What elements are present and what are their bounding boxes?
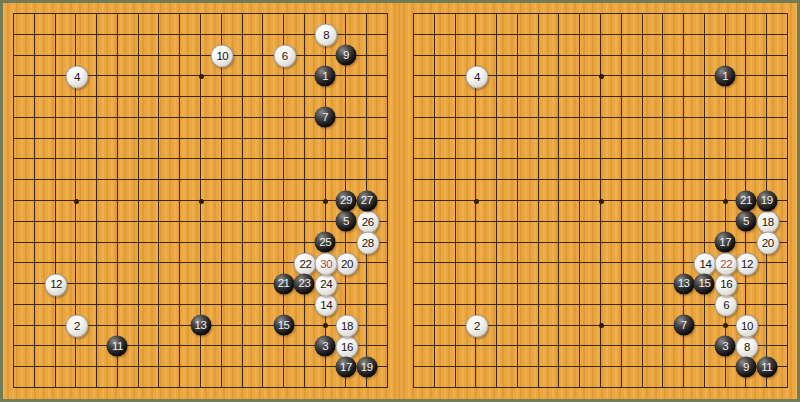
stone-white-move-16: 16 bbox=[715, 273, 738, 296]
stone-white-move-18: 18 bbox=[335, 315, 358, 338]
star-point bbox=[199, 199, 204, 204]
stone-white-move-4: 4 bbox=[65, 65, 88, 88]
stone-black-move-19: 19 bbox=[756, 190, 777, 211]
stone-black-move-27: 27 bbox=[356, 190, 377, 211]
stone-black-move-9: 9 bbox=[335, 45, 356, 66]
board-right: 12345678910111213141516171819202122 bbox=[413, 13, 788, 388]
stone-white-move-20: 20 bbox=[335, 252, 358, 275]
stone-white-move-14: 14 bbox=[315, 294, 338, 317]
stone-white-move-14: 14 bbox=[694, 252, 717, 275]
star-point bbox=[74, 199, 79, 204]
stone-white-move-10: 10 bbox=[211, 45, 234, 68]
stone-white-move-18: 18 bbox=[756, 211, 779, 234]
stone-black-move-15: 15 bbox=[694, 273, 715, 294]
board-left: 1234567891011121314151617181920212223242… bbox=[13, 13, 388, 388]
stone-white-move-6: 6 bbox=[273, 45, 296, 68]
stone-black-move-25: 25 bbox=[315, 232, 336, 253]
star-point bbox=[723, 199, 728, 204]
stone-white-move-30: 30 bbox=[315, 252, 338, 275]
stone-black-move-13: 13 bbox=[673, 273, 694, 294]
stone-black-move-21: 21 bbox=[735, 190, 756, 211]
stone-black-move-11: 11 bbox=[756, 356, 777, 377]
stone-white-move-26: 26 bbox=[356, 211, 379, 234]
stone-black-move-21: 21 bbox=[273, 273, 294, 294]
stone-white-move-12: 12 bbox=[735, 252, 758, 275]
stone-black-move-3: 3 bbox=[715, 335, 736, 356]
star-point bbox=[474, 199, 479, 204]
stone-black-move-13: 13 bbox=[190, 315, 211, 336]
stone-black-move-17: 17 bbox=[335, 356, 356, 377]
star-point bbox=[323, 199, 328, 204]
stone-black-move-1: 1 bbox=[715, 65, 736, 86]
stone-white-move-6: 6 bbox=[715, 294, 738, 317]
star-point bbox=[599, 323, 604, 328]
stone-white-move-8: 8 bbox=[735, 335, 758, 358]
stone-white-move-8: 8 bbox=[315, 24, 338, 47]
stone-black-move-9: 9 bbox=[735, 356, 756, 377]
stone-white-move-28: 28 bbox=[356, 232, 379, 255]
stone-white-move-16: 16 bbox=[335, 335, 358, 358]
stone-black-move-5: 5 bbox=[735, 211, 756, 232]
stone-black-move-7: 7 bbox=[315, 107, 336, 128]
stone-white-move-10: 10 bbox=[735, 315, 758, 338]
stone-white-move-22: 22 bbox=[715, 252, 738, 275]
star-point bbox=[599, 74, 604, 79]
board-seam-divider bbox=[398, 3, 401, 399]
stone-black-move-1: 1 bbox=[315, 65, 336, 86]
star-point bbox=[599, 199, 604, 204]
stone-white-move-24: 24 bbox=[315, 273, 338, 296]
stone-white-move-2: 2 bbox=[65, 315, 88, 338]
stone-white-move-22: 22 bbox=[294, 252, 317, 275]
stone-black-move-23: 23 bbox=[294, 273, 315, 294]
stone-black-move-15: 15 bbox=[273, 315, 294, 336]
star-point bbox=[723, 323, 728, 328]
stone-white-move-2: 2 bbox=[465, 315, 488, 338]
stone-black-move-17: 17 bbox=[715, 232, 736, 253]
stone-white-move-4: 4 bbox=[465, 65, 488, 88]
stone-black-move-11: 11 bbox=[107, 335, 128, 356]
stone-white-move-12: 12 bbox=[45, 273, 68, 296]
stone-black-move-29: 29 bbox=[335, 190, 356, 211]
star-point bbox=[323, 323, 328, 328]
stone-black-move-7: 7 bbox=[673, 315, 694, 336]
go-diagram-screenshot: 1234567891011121314151617181920212223242… bbox=[0, 0, 800, 402]
star-point bbox=[199, 74, 204, 79]
stone-black-move-19: 19 bbox=[356, 356, 377, 377]
stone-black-move-5: 5 bbox=[335, 211, 356, 232]
stone-black-move-3: 3 bbox=[315, 335, 336, 356]
stone-white-move-20: 20 bbox=[756, 232, 779, 255]
